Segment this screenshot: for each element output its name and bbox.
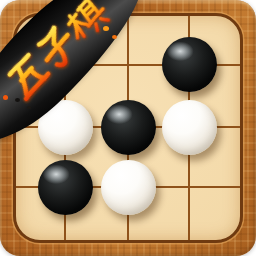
gomoku-app-icon[interactable]: 五子棋 <box>0 0 256 256</box>
stone-white <box>162 100 217 155</box>
stone-black <box>38 160 93 215</box>
paint-splatter-dot <box>103 26 109 31</box>
ink-splatter-dot <box>15 98 20 102</box>
app-title-text: 五子棋 <box>0 0 1 1</box>
paint-splatter-dot <box>112 35 117 39</box>
paint-splatter-dot <box>3 95 8 100</box>
ink-splatter-dot <box>27 106 31 109</box>
stone-black <box>162 37 217 92</box>
stone-white <box>101 160 156 215</box>
stone-black <box>101 100 156 155</box>
